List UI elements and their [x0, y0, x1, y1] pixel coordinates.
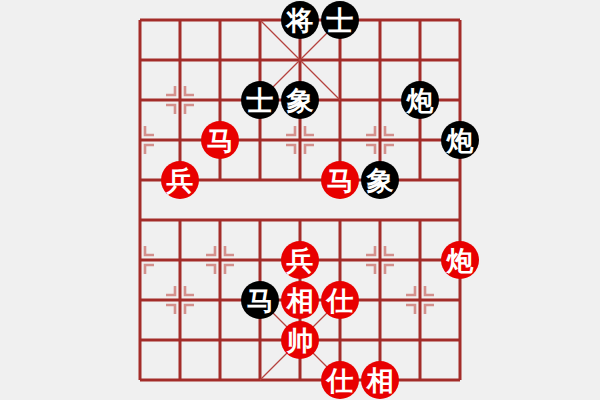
piece-red-soldier-2[interactable]: 兵: [281, 241, 319, 279]
piece-black-cannon-1[interactable]: 炮: [401, 81, 439, 119]
piece-black-cannon-2[interactable]: 炮: [441, 121, 479, 159]
piece-red-elephant-2[interactable]: 相: [361, 361, 399, 399]
piece-black-advisor-2[interactable]: 士: [241, 81, 279, 119]
piece-red-advisor-2[interactable]: 仕: [321, 361, 359, 399]
xiangqi-board[interactable]: 将士士象炮炮马兵马象兵炮马相仕帅仕相: [120, 0, 480, 400]
piece-red-elephant-1[interactable]: 相: [281, 281, 319, 319]
xiangqi-screen: 将士士象炮炮马兵马象兵炮马相仕帅仕相: [0, 0, 600, 400]
piece-red-advisor-1[interactable]: 仕: [321, 281, 359, 319]
piece-black-general[interactable]: 将: [281, 1, 319, 39]
piece-black-advisor-1[interactable]: 士: [321, 1, 359, 39]
piece-red-horse-2[interactable]: 马: [321, 161, 359, 199]
piece-red-horse-1[interactable]: 马: [201, 121, 239, 159]
piece-black-elephant-1[interactable]: 象: [281, 81, 319, 119]
piece-black-elephant-2[interactable]: 象: [361, 161, 399, 199]
piece-red-soldier-1[interactable]: 兵: [161, 161, 199, 199]
piece-red-cannon-1[interactable]: 炮: [441, 241, 479, 279]
piece-red-general[interactable]: 帅: [281, 321, 319, 359]
piece-black-horse-1[interactable]: 马: [241, 281, 279, 319]
